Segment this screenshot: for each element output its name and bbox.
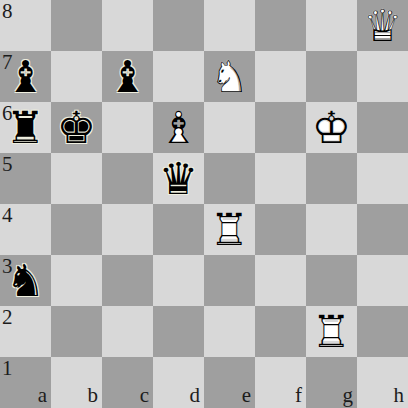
square-b1[interactable]: b bbox=[51, 357, 102, 408]
black-bishop[interactable]: ♝ bbox=[102, 51, 153, 102]
square-g3[interactable] bbox=[306, 255, 357, 306]
file-label-h: h bbox=[394, 385, 405, 406]
square-b6[interactable]: ♚ bbox=[51, 102, 102, 153]
white-rook-outline: ♖ bbox=[204, 204, 255, 255]
file-label-f: f bbox=[295, 385, 302, 406]
black-bishop[interactable]: ♝ bbox=[0, 51, 51, 102]
white-knight-outline: ♘ bbox=[204, 51, 255, 102]
square-b5[interactable] bbox=[51, 153, 102, 204]
white-queen[interactable]: ♛♕ bbox=[357, 0, 408, 51]
square-f3[interactable] bbox=[255, 255, 306, 306]
black-queen-glyph: ♛ bbox=[153, 153, 204, 204]
square-d2[interactable] bbox=[153, 306, 204, 357]
square-f7[interactable] bbox=[255, 51, 306, 102]
square-d7[interactable] bbox=[153, 51, 204, 102]
square-e8[interactable] bbox=[204, 0, 255, 51]
square-h4[interactable] bbox=[357, 204, 408, 255]
black-queen[interactable]: ♛ bbox=[153, 153, 204, 204]
square-d4[interactable] bbox=[153, 204, 204, 255]
rank-label-8: 8 bbox=[2, 1, 13, 22]
square-a1[interactable]: 1a bbox=[0, 357, 51, 408]
square-h5[interactable] bbox=[357, 153, 408, 204]
square-c7[interactable]: ♝ bbox=[102, 51, 153, 102]
white-knight[interactable]: ♞♘ bbox=[204, 51, 255, 102]
square-a4[interactable]: 4 bbox=[0, 204, 51, 255]
square-c6[interactable] bbox=[102, 102, 153, 153]
square-b8[interactable] bbox=[51, 0, 102, 51]
square-b4[interactable] bbox=[51, 204, 102, 255]
square-c2[interactable] bbox=[102, 306, 153, 357]
square-a3[interactable]: 3♞ bbox=[0, 255, 51, 306]
square-a6[interactable]: 6♜ bbox=[0, 102, 51, 153]
square-f4[interactable] bbox=[255, 204, 306, 255]
file-label-d: d bbox=[190, 385, 201, 406]
square-c5[interactable] bbox=[102, 153, 153, 204]
square-e3[interactable] bbox=[204, 255, 255, 306]
rank-label-4: 4 bbox=[2, 205, 13, 226]
square-a5[interactable]: 5 bbox=[0, 153, 51, 204]
square-g7[interactable] bbox=[306, 51, 357, 102]
square-d1[interactable]: d bbox=[153, 357, 204, 408]
square-h2[interactable] bbox=[357, 306, 408, 357]
white-king-outline: ♔ bbox=[306, 102, 357, 153]
file-label-a: a bbox=[38, 385, 47, 406]
square-f8[interactable] bbox=[255, 0, 306, 51]
rank-label-2: 2 bbox=[2, 307, 13, 328]
square-b3[interactable] bbox=[51, 255, 102, 306]
square-d3[interactable] bbox=[153, 255, 204, 306]
square-g5[interactable] bbox=[306, 153, 357, 204]
white-rook[interactable]: ♜♖ bbox=[204, 204, 255, 255]
square-c1[interactable]: c bbox=[102, 357, 153, 408]
chess-board: 8♛♕7♝♝♞♘6♜♚♝♗♚♔5♛4♜♖3♞2♜♖1abcdefgh bbox=[0, 0, 408, 408]
square-c8[interactable] bbox=[102, 0, 153, 51]
square-e6[interactable] bbox=[204, 102, 255, 153]
black-bishop-glyph: ♝ bbox=[102, 51, 153, 102]
square-c4[interactable] bbox=[102, 204, 153, 255]
file-label-e: e bbox=[242, 385, 251, 406]
square-b2[interactable] bbox=[51, 306, 102, 357]
file-label-b: b bbox=[88, 385, 99, 406]
square-e2[interactable] bbox=[204, 306, 255, 357]
square-g4[interactable] bbox=[306, 204, 357, 255]
square-e7[interactable]: ♞♘ bbox=[204, 51, 255, 102]
square-e5[interactable] bbox=[204, 153, 255, 204]
square-e1[interactable]: e bbox=[204, 357, 255, 408]
square-f6[interactable] bbox=[255, 102, 306, 153]
square-c3[interactable] bbox=[102, 255, 153, 306]
white-bishop-outline: ♗ bbox=[153, 102, 204, 153]
square-f5[interactable] bbox=[255, 153, 306, 204]
black-knight[interactable]: ♞ bbox=[0, 255, 51, 306]
square-h6[interactable] bbox=[357, 102, 408, 153]
black-rook[interactable]: ♜ bbox=[0, 102, 51, 153]
black-knight-glyph: ♞ bbox=[0, 255, 51, 306]
file-label-g: g bbox=[343, 385, 354, 406]
square-b7[interactable] bbox=[51, 51, 102, 102]
white-queen-outline: ♕ bbox=[357, 0, 408, 51]
black-king-glyph: ♚ bbox=[51, 102, 102, 153]
square-a2[interactable]: 2 bbox=[0, 306, 51, 357]
square-h1[interactable]: h bbox=[357, 357, 408, 408]
square-h3[interactable] bbox=[357, 255, 408, 306]
square-a8[interactable]: 8 bbox=[0, 0, 51, 51]
square-g1[interactable]: g bbox=[306, 357, 357, 408]
black-king[interactable]: ♚ bbox=[51, 102, 102, 153]
white-bishop[interactable]: ♝♗ bbox=[153, 102, 204, 153]
black-bishop-glyph: ♝ bbox=[0, 51, 51, 102]
square-h7[interactable] bbox=[357, 51, 408, 102]
square-g6[interactable]: ♚♔ bbox=[306, 102, 357, 153]
square-d6[interactable]: ♝♗ bbox=[153, 102, 204, 153]
square-h8[interactable]: ♛♕ bbox=[357, 0, 408, 51]
square-e4[interactable]: ♜♖ bbox=[204, 204, 255, 255]
white-rook[interactable]: ♜♖ bbox=[306, 306, 357, 357]
rank-label-1: 1 bbox=[2, 358, 13, 379]
square-f2[interactable] bbox=[255, 306, 306, 357]
square-d8[interactable] bbox=[153, 0, 204, 51]
square-a7[interactable]: 7♝ bbox=[0, 51, 51, 102]
black-rook-glyph: ♜ bbox=[0, 102, 51, 153]
square-f1[interactable]: f bbox=[255, 357, 306, 408]
square-g8[interactable] bbox=[306, 0, 357, 51]
white-rook-outline: ♖ bbox=[306, 306, 357, 357]
square-d5[interactable]: ♛ bbox=[153, 153, 204, 204]
rank-label-5: 5 bbox=[2, 154, 13, 175]
square-g2[interactable]: ♜♖ bbox=[306, 306, 357, 357]
white-king[interactable]: ♚♔ bbox=[306, 102, 357, 153]
file-label-c: c bbox=[140, 385, 149, 406]
